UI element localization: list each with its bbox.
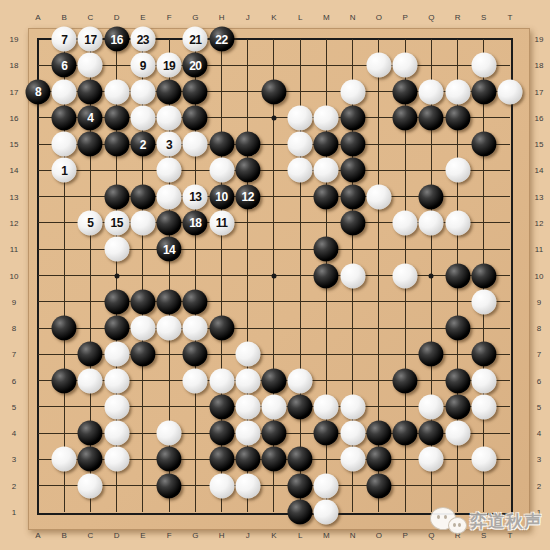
stone-white: [78, 473, 103, 498]
coord-letter-bottom: D: [114, 531, 120, 540]
stone-white: 21: [183, 27, 208, 52]
move-number-label: 19: [163, 59, 175, 71]
stone-black: [183, 79, 208, 104]
coord-letter-top: P: [402, 13, 407, 22]
watermark: 弈道秋声: [428, 503, 542, 539]
coord-number-left: 2: [12, 481, 16, 490]
stone-black: [261, 421, 286, 446]
coord-number-right: 4: [537, 429, 541, 438]
stone-white: [130, 316, 155, 341]
stone-white: [261, 394, 286, 419]
stone-white: [130, 79, 155, 104]
move-number-label: 2: [140, 138, 146, 150]
stone-black: [445, 368, 470, 393]
coord-number-left: 17: [10, 87, 19, 96]
stone-black: [261, 79, 286, 104]
stone-black: [104, 105, 129, 130]
move-number-label: 14: [163, 243, 175, 255]
stone-black: 16: [104, 27, 129, 52]
stone-black: [314, 263, 339, 288]
stone-white: [471, 53, 496, 78]
stone-white: [157, 421, 182, 446]
stone-black: [366, 447, 391, 472]
coord-letter-bottom: L: [298, 531, 302, 540]
move-number-label: 6: [61, 59, 67, 71]
chat-bubble-small: [448, 517, 467, 534]
stone-white: [104, 421, 129, 446]
stone-white: [104, 79, 129, 104]
stone-black: [419, 105, 444, 130]
stone-black: [78, 421, 103, 446]
coord-number-left: 3: [12, 455, 16, 464]
coord-letter-top: G: [192, 13, 198, 22]
move-number-label: 13: [189, 191, 201, 203]
stone-white: [52, 132, 77, 157]
stone-white: [209, 473, 234, 498]
coord-letter-top: E: [140, 13, 145, 22]
stone-white: [314, 158, 339, 183]
coord-letter-bottom: O: [376, 531, 382, 540]
stone-white: [288, 368, 313, 393]
coord-letter-top: C: [88, 13, 94, 22]
stone-white: [183, 132, 208, 157]
go-board-diagram: 7171623212269192084231131012515181114 AA…: [0, 0, 550, 550]
coord-letter-top: A: [35, 13, 40, 22]
stone-white: 3: [157, 132, 182, 157]
stone-black: [340, 105, 365, 130]
stone-black: [209, 421, 234, 446]
stone-white: [497, 79, 522, 104]
stone-white: [183, 368, 208, 393]
stone-black: 14: [157, 237, 182, 262]
coord-number-left: 18: [10, 61, 19, 70]
stone-black: [393, 79, 418, 104]
stone-white: 13: [183, 184, 208, 209]
stone-black: [288, 394, 313, 419]
coord-letter-bottom: C: [88, 531, 94, 540]
stone-black: [445, 105, 470, 130]
stone-black: [235, 447, 260, 472]
stone-white: [314, 105, 339, 130]
move-number-label: 9: [140, 59, 146, 71]
stone-white: [104, 394, 129, 419]
stone-white: [209, 368, 234, 393]
stone-white: [183, 316, 208, 341]
move-number-label: 5: [87, 217, 93, 229]
stone-black: [209, 132, 234, 157]
coord-number-right: 7: [537, 350, 541, 359]
stone-white: [157, 105, 182, 130]
stone-black: [340, 184, 365, 209]
coord-number-left: 8: [12, 324, 16, 333]
stone-black: [314, 184, 339, 209]
coord-number-right: 5: [537, 402, 541, 411]
stone-black: [104, 132, 129, 157]
coord-letter-bottom: M: [323, 531, 330, 540]
move-number-label: 17: [84, 33, 96, 45]
stone-white: [340, 79, 365, 104]
stone-black: [471, 132, 496, 157]
stone-black: 10: [209, 184, 234, 209]
coord-letter-top: O: [376, 13, 382, 22]
stone-white: [209, 158, 234, 183]
stone-black: 8: [26, 79, 51, 104]
stone-white: [419, 79, 444, 104]
stone-black: [78, 342, 103, 367]
move-number-label: 7: [61, 33, 67, 45]
stone-white: 1: [52, 158, 77, 183]
move-number-label: 3: [166, 138, 172, 150]
stone-black: [157, 210, 182, 235]
stone-black: [52, 105, 77, 130]
coord-number-right: 19: [535, 35, 544, 44]
coord-number-left: 16: [10, 113, 19, 122]
stone-white: [235, 394, 260, 419]
stone-white: [314, 500, 339, 525]
wechat-chat-bubbles-icon: [428, 503, 470, 539]
star-point: [114, 273, 119, 278]
coord-number-left: 6: [12, 376, 16, 385]
stone-black: [183, 105, 208, 130]
coord-number-right: 3: [537, 455, 541, 464]
stone-black: [209, 394, 234, 419]
stone-white: [52, 447, 77, 472]
coord-letter-top: B: [62, 13, 67, 22]
star-point: [271, 115, 276, 120]
stone-black: [314, 421, 339, 446]
stone-black: [52, 316, 77, 341]
stone-black: 20: [183, 53, 208, 78]
stone-white: [235, 473, 260, 498]
stone-black: [104, 289, 129, 314]
coord-number-right: 9: [537, 297, 541, 306]
stone-black: [130, 289, 155, 314]
coord-letter-bottom: N: [350, 531, 356, 540]
coord-number-right: 18: [535, 61, 544, 70]
stone-black: [419, 342, 444, 367]
coord-number-right: 8: [537, 324, 541, 333]
stone-white: [104, 237, 129, 262]
stone-white: [340, 447, 365, 472]
coord-number-left: 9: [12, 297, 16, 306]
coord-number-right: 11: [535, 245, 543, 254]
coord-number-left: 1: [12, 508, 16, 517]
stone-black: [157, 473, 182, 498]
coord-number-right: 6: [537, 376, 541, 385]
stone-white: [419, 394, 444, 419]
stone-white: 23: [130, 27, 155, 52]
stone-black: [419, 421, 444, 446]
stone-white: [157, 316, 182, 341]
stone-black: 6: [52, 53, 77, 78]
coord-letter-top: M: [323, 13, 330, 22]
coord-letter-top: F: [167, 13, 172, 22]
stone-white: [235, 421, 260, 446]
stone-white: [366, 53, 391, 78]
stone-white: [130, 105, 155, 130]
coord-letter-top: Q: [428, 13, 434, 22]
coord-number-left: 14: [10, 166, 19, 175]
coord-letter-top: H: [219, 13, 225, 22]
coord-number-left: 4: [12, 429, 16, 438]
stone-white: [471, 447, 496, 472]
stone-black: [393, 421, 418, 446]
move-number-label: 21: [189, 33, 201, 45]
coord-letter-bottom: K: [271, 531, 276, 540]
coord-number-left: 12: [10, 218, 19, 227]
stone-black: [366, 473, 391, 498]
coord-letter-top: T: [508, 13, 513, 22]
stone-black: [209, 447, 234, 472]
coord-letter-top: K: [271, 13, 276, 22]
coord-number-left: 10: [10, 271, 19, 280]
stone-white: [471, 289, 496, 314]
stone-black: [78, 132, 103, 157]
stone-white: [419, 447, 444, 472]
stone-black: [445, 394, 470, 419]
stone-white: [445, 79, 470, 104]
stone-black: [340, 210, 365, 235]
coord-number-left: 13: [10, 192, 19, 201]
stone-black: [183, 289, 208, 314]
coord-letter-top: J: [246, 13, 250, 22]
coord-letter-bottom: H: [219, 531, 225, 540]
stone-black: 12: [235, 184, 260, 209]
stone-white: [78, 53, 103, 78]
stone-black: [471, 263, 496, 288]
stone-white: 9: [130, 53, 155, 78]
stone-white: [445, 421, 470, 446]
stone-white: [419, 210, 444, 235]
coord-number-right: 10: [535, 271, 544, 280]
stone-white: [288, 158, 313, 183]
stone-black: [366, 421, 391, 446]
stone-white: [314, 473, 339, 498]
move-number-label: 20: [189, 59, 201, 71]
stone-white: [340, 394, 365, 419]
move-number-label: 22: [215, 33, 227, 45]
stone-black: [445, 316, 470, 341]
stone-black: [235, 158, 260, 183]
coord-number-right: 17: [535, 87, 544, 96]
move-number-label: 4: [87, 112, 93, 124]
stone-white: [393, 210, 418, 235]
stone-white: [78, 368, 103, 393]
stone-white: [157, 184, 182, 209]
coord-letter-top: R: [455, 13, 461, 22]
stone-white: 17: [78, 27, 103, 52]
stone-black: [340, 132, 365, 157]
stone-black: [393, 368, 418, 393]
stone-black: 2: [130, 132, 155, 157]
stone-black: [261, 447, 286, 472]
coord-number-right: 12: [535, 218, 544, 227]
stone-black: 22: [209, 27, 234, 52]
stone-white: 5: [78, 210, 103, 235]
coord-number-right: 16: [535, 113, 544, 122]
stone-black: [288, 473, 313, 498]
coord-number-right: 15: [535, 140, 544, 149]
stone-black: [288, 500, 313, 525]
stone-white: [340, 421, 365, 446]
coord-number-right: 13: [535, 192, 544, 201]
coord-number-left: 7: [12, 350, 16, 359]
stone-black: [130, 342, 155, 367]
move-number-label: 18: [189, 217, 201, 229]
stone-white: 19: [157, 53, 182, 78]
stone-black: [52, 368, 77, 393]
stone-white: [471, 368, 496, 393]
stone-white: [393, 263, 418, 288]
stone-white: [445, 158, 470, 183]
coord-letter-bottom: A: [35, 531, 40, 540]
coord-letter-bottom: E: [140, 531, 145, 540]
coord-letter-top: L: [298, 13, 302, 22]
move-number-label: 23: [137, 33, 149, 45]
move-number-label: 15: [110, 217, 122, 229]
stone-black: [445, 263, 470, 288]
stone-white: [104, 342, 129, 367]
stone-black: [261, 368, 286, 393]
stone-white: [445, 210, 470, 235]
stone-black: [157, 289, 182, 314]
stone-white: [104, 447, 129, 472]
stone-white: 7: [52, 27, 77, 52]
watermark-text: 弈道秋声: [470, 510, 542, 533]
stone-white: 15: [104, 210, 129, 235]
star-point: [271, 273, 276, 278]
stone-white: [366, 184, 391, 209]
stone-black: [393, 105, 418, 130]
move-number-label: 12: [242, 191, 254, 203]
coord-letter-bottom: P: [402, 531, 407, 540]
stone-black: [183, 342, 208, 367]
stone-black: 4: [78, 105, 103, 130]
stone-black: [78, 447, 103, 472]
coord-letter-bottom: F: [167, 531, 172, 540]
coord-letter-top: N: [350, 13, 356, 22]
coord-letter-bottom: J: [246, 531, 250, 540]
move-number-label: 11: [216, 217, 228, 229]
stone-black: [130, 184, 155, 209]
coord-letter-top: S: [481, 13, 486, 22]
stone-black: [104, 316, 129, 341]
coord-number-left: 19: [10, 35, 19, 44]
stone-white: 11: [209, 210, 234, 235]
stone-white: [130, 210, 155, 235]
stone-black: [340, 158, 365, 183]
stone-white: [288, 105, 313, 130]
stone-white: [340, 263, 365, 288]
stone-black: [471, 79, 496, 104]
stone-white: [235, 368, 260, 393]
stone-black: [104, 184, 129, 209]
coord-number-left: 11: [10, 245, 18, 254]
stone-black: [78, 79, 103, 104]
coord-number-left: 15: [10, 140, 19, 149]
stone-white: [288, 132, 313, 157]
stone-black: [314, 237, 339, 262]
stone-black: [157, 79, 182, 104]
coord-letter-top: D: [114, 13, 120, 22]
stone-white: [157, 158, 182, 183]
stone-black: [235, 132, 260, 157]
stone-white: [393, 53, 418, 78]
stone-white: [52, 79, 77, 104]
move-number-label: 8: [35, 86, 41, 98]
stone-black: [419, 184, 444, 209]
coord-number-right: 2: [537, 481, 541, 490]
stone-black: [288, 447, 313, 472]
stone-black: [314, 132, 339, 157]
coord-number-right: 14: [535, 166, 544, 175]
move-number-label: 1: [61, 164, 67, 176]
coord-letter-bottom: B: [62, 531, 67, 540]
move-number-label: 16: [110, 33, 122, 45]
stone-black: [209, 316, 234, 341]
stone-white: [104, 368, 129, 393]
star-point: [429, 273, 434, 278]
stone-white: [235, 342, 260, 367]
grid-line-horizontal: [38, 485, 510, 486]
stone-black: [471, 342, 496, 367]
stone-black: 18: [183, 210, 208, 235]
stone-white: [314, 394, 339, 419]
coord-number-left: 5: [12, 402, 16, 411]
coord-letter-bottom: G: [192, 531, 198, 540]
stone-white: [471, 394, 496, 419]
move-number-label: 10: [215, 191, 227, 203]
stone-black: [157, 447, 182, 472]
